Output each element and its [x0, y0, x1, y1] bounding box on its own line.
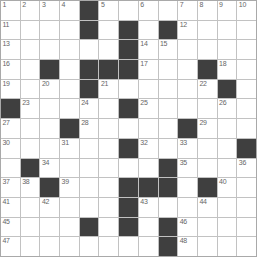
grid-cell[interactable]: [21, 218, 40, 237]
clue-number: 44: [199, 198, 206, 206]
grid-cell[interactable]: 23: [21, 99, 40, 118]
black-cell: [40, 60, 59, 79]
grid-cell[interactable]: [40, 40, 59, 59]
clue-number: 24: [81, 99, 88, 107]
black-cell: [159, 178, 178, 197]
clue-number: 35: [180, 159, 187, 167]
clue-number: 26: [219, 99, 226, 107]
black-cell: [119, 60, 138, 79]
grid-cell[interactable]: 44: [198, 198, 217, 217]
clue-number: 15: [160, 40, 167, 48]
grid-cell[interactable]: [237, 21, 256, 40]
grid-cell[interactable]: [80, 40, 99, 59]
black-cell: [119, 218, 138, 237]
grid-cell[interactable]: [237, 178, 256, 197]
grid-cell[interactable]: [198, 40, 217, 59]
clue-number: 6: [140, 1, 144, 9]
grid-cell[interactable]: 36: [237, 159, 256, 178]
grid-cell[interactable]: [80, 237, 99, 256]
clue-number: 11: [3, 21, 10, 29]
clue-number: 14: [140, 40, 147, 48]
clue-number: 31: [62, 139, 69, 147]
grid-cell[interactable]: 19: [1, 80, 20, 99]
clue-number: 17: [140, 60, 147, 68]
grid-cell[interactable]: 25: [139, 99, 158, 118]
black-cell: [237, 139, 256, 158]
grid-cell[interactable]: 13: [1, 40, 20, 59]
grid-cell[interactable]: 20: [40, 80, 59, 99]
clue-number: 43: [140, 198, 147, 206]
black-cell: [21, 159, 40, 178]
black-cell: [80, 80, 99, 99]
grid-cell[interactable]: 45: [1, 218, 20, 237]
grid-cell[interactable]: 33: [178, 139, 197, 158]
grid-cell[interactable]: [198, 218, 217, 237]
grid-cell[interactable]: 43: [139, 198, 158, 217]
clue-number: 2: [22, 1, 26, 9]
grid-cell[interactable]: 29: [198, 119, 217, 138]
black-cell: [198, 60, 217, 79]
grid-cell[interactable]: 42: [40, 198, 59, 217]
clue-number: 41: [3, 198, 10, 206]
grid-cell[interactable]: 26: [218, 99, 237, 118]
black-cell: [178, 119, 197, 138]
clue-number: 33: [180, 139, 187, 147]
clue-number: 8: [199, 1, 203, 9]
grid-cell[interactable]: [237, 80, 256, 99]
grid-cell[interactable]: [40, 237, 59, 256]
grid-cell[interactable]: [139, 237, 158, 256]
grid-cell[interactable]: 38: [21, 178, 40, 197]
clue-number: 34: [42, 159, 49, 167]
grid-cell[interactable]: [80, 178, 99, 197]
grid-cell[interactable]: 34: [40, 159, 59, 178]
grid-cell[interactable]: [99, 99, 118, 118]
grid-cell[interactable]: [99, 40, 118, 59]
grid-cell[interactable]: [60, 198, 79, 217]
black-cell: [159, 218, 178, 237]
grid-cell[interactable]: [178, 60, 197, 79]
grid-cell[interactable]: [237, 40, 256, 59]
grid-cell[interactable]: [218, 21, 237, 40]
clue-number: 47: [3, 237, 10, 245]
clue-number: 18: [219, 60, 226, 68]
grid-cell[interactable]: [218, 139, 237, 158]
grid-cell[interactable]: [21, 21, 40, 40]
grid-cell[interactable]: [159, 60, 178, 79]
grid-cell[interactable]: [178, 178, 197, 197]
black-cell: [99, 60, 118, 79]
clue-number: 39: [62, 178, 69, 186]
grid-cell[interactable]: [218, 159, 237, 178]
black-cell: [139, 178, 158, 197]
grid-cell[interactable]: [237, 99, 256, 118]
grid-cell[interactable]: [159, 1, 178, 20]
clue-number: 36: [239, 159, 246, 167]
grid-cell[interactable]: [139, 218, 158, 237]
grid-cell[interactable]: [40, 139, 59, 158]
grid-cell[interactable]: 7: [178, 1, 197, 20]
grid-cell[interactable]: [159, 99, 178, 118]
clue-number: 7: [180, 1, 184, 9]
black-cell: [60, 119, 79, 138]
grid-cell[interactable]: [237, 119, 256, 138]
grid-cell[interactable]: 10: [237, 1, 256, 20]
grid-cell[interactable]: 48: [178, 237, 197, 256]
grid-cell[interactable]: [237, 218, 256, 237]
grid-cell[interactable]: [119, 80, 138, 99]
grid-cell[interactable]: [40, 21, 59, 40]
grid-cell[interactable]: [99, 178, 118, 197]
grid-cell[interactable]: [99, 21, 118, 40]
clue-number: 12: [180, 21, 187, 29]
grid-cell[interactable]: 2: [21, 1, 40, 20]
grid-cell[interactable]: 41: [1, 198, 20, 217]
grid-cell[interactable]: [21, 139, 40, 158]
clue-number: 37: [3, 178, 10, 186]
grid-cell[interactable]: [198, 237, 217, 256]
clue-number: 5: [101, 1, 105, 9]
crossword-board: 1234567891011121314151617181920212223242…: [0, 0, 257, 257]
grid-cell[interactable]: 35: [178, 159, 197, 178]
clue-number: 32: [140, 139, 147, 147]
black-cell: [159, 21, 178, 40]
grid-cell[interactable]: [139, 80, 158, 99]
clue-number: 45: [3, 218, 10, 226]
clue-number: 16: [3, 60, 10, 68]
grid-cell[interactable]: 40: [218, 178, 237, 197]
clue-number: 21: [101, 80, 108, 88]
grid-cell[interactable]: 17: [139, 60, 158, 79]
black-cell: [198, 178, 217, 197]
grid-cell[interactable]: [1, 159, 20, 178]
grid-cell[interactable]: [218, 218, 237, 237]
grid-cell[interactable]: 18: [218, 60, 237, 79]
black-cell: [119, 178, 138, 197]
grid-cell[interactable]: [60, 21, 79, 40]
clue-number: 23: [22, 99, 29, 107]
grid-cell[interactable]: 5: [99, 1, 118, 20]
grid-cell[interactable]: 24: [80, 99, 99, 118]
clue-number: 13: [3, 40, 10, 48]
grid-cell[interactable]: [178, 198, 197, 217]
grid-cell[interactable]: [60, 218, 79, 237]
black-cell: [119, 198, 138, 217]
grid-cell[interactable]: [198, 139, 217, 158]
clue-number: 28: [81, 119, 88, 127]
grid-cell[interactable]: 28: [80, 119, 99, 138]
black-cell: [80, 60, 99, 79]
black-cell: [159, 237, 178, 256]
grid-cell[interactable]: 37: [1, 178, 20, 197]
black-cell: [218, 80, 237, 99]
grid-cell[interactable]: [218, 237, 237, 256]
grid-cell[interactable]: [60, 80, 79, 99]
grid-cell[interactable]: [40, 218, 59, 237]
grid-cell[interactable]: [99, 218, 118, 237]
clue-number: 48: [180, 237, 187, 245]
grid-cell[interactable]: [237, 198, 256, 217]
black-cell: [80, 218, 99, 237]
grid-cell[interactable]: [40, 119, 59, 138]
black-cell: [1, 99, 20, 118]
grid-cell[interactable]: [99, 198, 118, 217]
clue-number: 38: [22, 178, 29, 186]
clue-number: 40: [219, 178, 226, 186]
grid-cell[interactable]: [80, 159, 99, 178]
clue-number: 30: [3, 139, 10, 147]
grid-cell[interactable]: 32: [139, 139, 158, 158]
grid-cell[interactable]: 4: [60, 1, 79, 20]
grid-cell[interactable]: 11: [1, 21, 20, 40]
grid-cell[interactable]: [159, 198, 178, 217]
black-cell: [40, 178, 59, 197]
grid-cell[interactable]: [21, 198, 40, 217]
grid-cell[interactable]: 3: [40, 1, 59, 20]
black-cell: [159, 159, 178, 178]
grid-cell[interactable]: [198, 99, 217, 118]
black-cell: [119, 21, 138, 40]
grid-cell[interactable]: 27: [1, 119, 20, 138]
grid-cell[interactable]: [21, 237, 40, 256]
clue-number: 29: [199, 119, 206, 127]
grid-cell[interactable]: [178, 80, 197, 99]
clue-number: 20: [42, 80, 49, 88]
grid-cell[interactable]: 6: [139, 1, 158, 20]
grid-cell[interactable]: [178, 40, 197, 59]
black-cell: [80, 21, 99, 40]
grid-cell[interactable]: [99, 159, 118, 178]
grid-cell[interactable]: 31: [60, 139, 79, 158]
grid-cell[interactable]: [159, 80, 178, 99]
clue-number: 42: [42, 198, 49, 206]
grid-cell[interactable]: 1: [1, 1, 20, 20]
clue-number: 10: [239, 1, 246, 9]
grid-cell[interactable]: [198, 159, 217, 178]
clue-number: 46: [180, 218, 187, 226]
grid-cell[interactable]: [159, 139, 178, 158]
clue-number: 19: [3, 80, 10, 88]
grid-cell[interactable]: 12: [178, 21, 197, 40]
grid-cell[interactable]: [60, 159, 79, 178]
clue-number: 3: [42, 1, 46, 9]
crossword-grid: 1234567891011121314151617181920212223242…: [0, 0, 257, 257]
grid-cell[interactable]: [60, 237, 79, 256]
grid-cell[interactable]: [218, 198, 237, 217]
grid-cell[interactable]: 22: [198, 80, 217, 99]
clue-number: 25: [140, 99, 147, 107]
grid-cell[interactable]: 16: [1, 60, 20, 79]
grid-cell[interactable]: [40, 99, 59, 118]
grid-cell[interactable]: [119, 1, 138, 20]
black-cell: [119, 99, 138, 118]
grid-cell[interactable]: [80, 139, 99, 158]
grid-cell[interactable]: [21, 60, 40, 79]
grid-cell[interactable]: [139, 21, 158, 40]
grid-cell[interactable]: [237, 237, 256, 256]
grid-cell[interactable]: 46: [178, 218, 197, 237]
grid-cell[interactable]: 9: [218, 1, 237, 20]
grid-cell[interactable]: 14: [139, 40, 158, 59]
grid-cell[interactable]: [178, 99, 197, 118]
grid-cell[interactable]: [198, 21, 217, 40]
grid-cell[interactable]: [119, 159, 138, 178]
clue-number: 1: [3, 1, 7, 9]
grid-cell[interactable]: 39: [60, 178, 79, 197]
grid-cell[interactable]: [99, 119, 118, 138]
grid-cell[interactable]: [139, 119, 158, 138]
grid-cell[interactable]: 15: [159, 40, 178, 59]
grid-cell[interactable]: 8: [198, 1, 217, 20]
grid-cell[interactable]: [60, 40, 79, 59]
clue-number: 27: [3, 119, 10, 127]
grid-cell[interactable]: [159, 119, 178, 138]
grid-cell[interactable]: 30: [1, 139, 20, 158]
grid-cell[interactable]: [139, 159, 158, 178]
grid-cell[interactable]: [119, 237, 138, 256]
grid-cell[interactable]: [21, 119, 40, 138]
clue-number: 9: [219, 1, 223, 9]
grid-cell[interactable]: [237, 60, 256, 79]
black-cell: [119, 139, 138, 158]
grid-cell[interactable]: [80, 198, 99, 217]
black-cell: [119, 40, 138, 59]
grid-cell[interactable]: 47: [1, 237, 20, 256]
clue-number: 22: [199, 80, 206, 88]
grid-cell[interactable]: [218, 119, 237, 138]
grid-cell[interactable]: 21: [99, 80, 118, 99]
grid-cell[interactable]: [60, 60, 79, 79]
grid-cell[interactable]: [99, 237, 118, 256]
grid-cell[interactable]: [119, 119, 138, 138]
grid-cell[interactable]: [99, 139, 118, 158]
black-cell: [80, 1, 99, 20]
clue-number: 4: [62, 1, 66, 9]
grid-cell[interactable]: [21, 80, 40, 99]
grid-cell[interactable]: [218, 40, 237, 59]
grid-cell[interactable]: [21, 40, 40, 59]
grid-cell[interactable]: [60, 99, 79, 118]
